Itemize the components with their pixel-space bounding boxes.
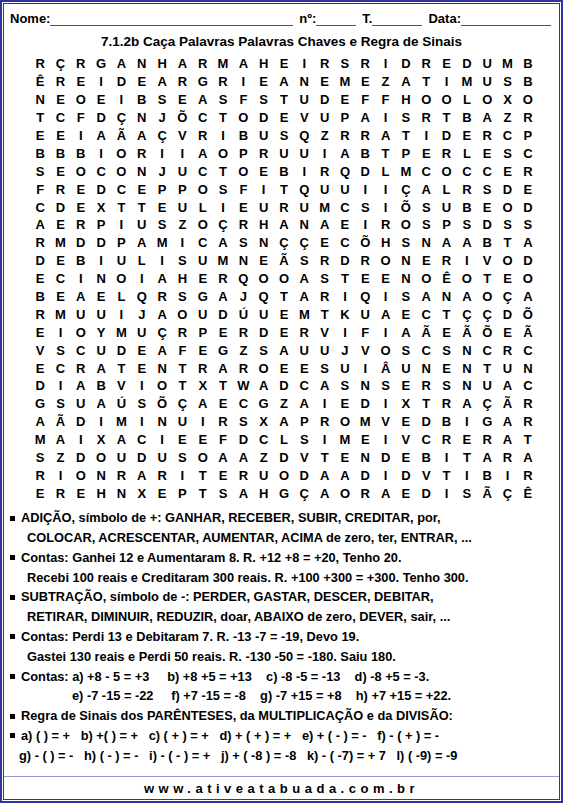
grid-cell-r22c22[interactable]: E (457, 431, 477, 449)
grid-cell-r22c8[interactable]: E (172, 431, 192, 449)
grid-cell-r21c7[interactable]: N (152, 413, 172, 431)
grid-cell-r12c8[interactable]: S (172, 252, 192, 270)
grid-cell-r3c18[interactable]: F (375, 91, 395, 109)
grid-cell-r2c24[interactable]: S (497, 73, 517, 91)
grid-cell-r25c17[interactable]: R (355, 484, 375, 502)
grid-cell-r12c19[interactable]: N (396, 252, 416, 270)
grid-cell-r12c14[interactable]: S (294, 252, 314, 270)
grid-cell-r18c16[interactable]: U (335, 359, 355, 377)
grid-cell-r1c8[interactable]: A (172, 55, 192, 73)
grid-cell-r19c2[interactable]: I (50, 377, 70, 395)
grid-cell-r16c6[interactable]: U (132, 323, 152, 341)
grid-cell-r17c16[interactable]: J (335, 341, 355, 359)
grid-cell-r5c7[interactable]: Ç (152, 127, 172, 145)
grid-cell-r25c4[interactable]: H (91, 484, 111, 502)
grid-cell-r4c15[interactable]: U (314, 109, 334, 127)
grid-cell-r24c19[interactable]: D (396, 466, 416, 484)
grid-cell-r5c8[interactable]: V (172, 127, 192, 145)
grid-cell-r21c21[interactable]: B (436, 413, 456, 431)
grid-cell-r3c9[interactable]: A (193, 91, 213, 109)
grid-cell-r20c21[interactable]: R (436, 395, 456, 413)
grid-cell-r4c19[interactable]: S (396, 109, 416, 127)
grid-cell-r1c22[interactable]: D (457, 55, 477, 73)
grid-cell-r25c6[interactable]: X (132, 484, 152, 502)
grid-cell-r22c17[interactable]: E (355, 431, 375, 449)
grid-cell-r4c13[interactable]: E (274, 109, 294, 127)
grid-cell-r22c12[interactable]: C (254, 431, 274, 449)
grid-cell-r6c5[interactable]: O (111, 144, 131, 162)
grid-cell-r13c13[interactable]: O (274, 270, 294, 288)
grid-cell-r8c23[interactable]: S (477, 180, 497, 198)
grid-cell-r19c14[interactable]: C (294, 377, 314, 395)
grid-cell-r9c24[interactable]: O (497, 198, 517, 216)
grid-cell-r6c17[interactable]: B (355, 144, 375, 162)
grid-cell-r25c9[interactable]: T (193, 484, 213, 502)
grid-cell-r23c21[interactable]: I (436, 449, 456, 467)
grid-cell-r12c21[interactable]: R (436, 252, 456, 270)
grid-cell-r8c11[interactable]: F (233, 180, 253, 198)
grid-cell-r11c19[interactable]: S (396, 234, 416, 252)
grid-cell-r11c11[interactable]: S (233, 234, 253, 252)
grid-cell-r23c9[interactable]: O (193, 449, 213, 467)
grid-cell-r6c7[interactable]: I (152, 144, 172, 162)
grid-cell-r17c7[interactable]: A (152, 341, 172, 359)
grid-cell-r24c18[interactable]: I (375, 466, 395, 484)
grid-cell-r1c7[interactable]: H (152, 55, 172, 73)
grid-cell-r3c12[interactable]: S (254, 91, 274, 109)
grid-cell-r6c2[interactable]: B (50, 144, 70, 162)
grid-cell-r12c23[interactable]: V (477, 252, 497, 270)
grid-cell-r13c11[interactable]: Q (233, 270, 253, 288)
grid-cell-r5c4[interactable]: A (91, 127, 111, 145)
grid-cell-r20c11[interactable]: C (233, 395, 253, 413)
grid-cell-r17c23[interactable]: C (477, 341, 497, 359)
grid-cell-r8c21[interactable]: L (436, 180, 456, 198)
grid-cell-r21c3[interactable]: D (71, 413, 91, 431)
grid-cell-r24c17[interactable]: D (355, 466, 375, 484)
grid-cell-r25c2[interactable]: R (50, 484, 70, 502)
grid-cell-r6c15[interactable]: I (314, 144, 334, 162)
grid-cell-r3c14[interactable]: U (294, 91, 314, 109)
grid-cell-r3c22[interactable]: L (457, 91, 477, 109)
grid-cell-r23c6[interactable]: D (132, 449, 152, 467)
grid-cell-r10c8[interactable]: Z (172, 216, 192, 234)
grid-cell-r18c20[interactable]: N (416, 359, 436, 377)
grid-cell-r18c25[interactable]: N (518, 359, 538, 377)
grid-cell-r19c5[interactable]: V (111, 377, 131, 395)
grid-cell-r25c16[interactable]: O (335, 484, 355, 502)
grid-cell-r24c25[interactable]: R (518, 466, 538, 484)
grid-cell-r12c3[interactable]: B (71, 252, 91, 270)
grid-cell-r10c20[interactable]: S (416, 216, 436, 234)
grid-cell-r24c20[interactable]: V (416, 466, 436, 484)
grid-cell-r15c8[interactable]: O (172, 305, 192, 323)
grid-cell-r21c8[interactable]: U (172, 413, 192, 431)
grid-cell-r10c15[interactable]: A (314, 216, 334, 234)
grid-cell-r15c11[interactable]: Ú (233, 305, 253, 323)
grid-cell-r25c15[interactable]: A (314, 484, 334, 502)
grid-cell-r5c14[interactable]: Q (294, 127, 314, 145)
grid-cell-r12c25[interactable]: D (518, 252, 538, 270)
grid-cell-r15c16[interactable]: K (335, 305, 355, 323)
grid-cell-r17c11[interactable]: Z (233, 341, 253, 359)
grid-cell-r13c1[interactable]: E (30, 270, 50, 288)
grid-cell-r12c12[interactable]: E (254, 252, 274, 270)
grid-cell-r6c24[interactable]: S (497, 144, 517, 162)
grid-cell-r2c20[interactable]: T (416, 73, 436, 91)
grid-cell-r17c21[interactable]: S (436, 341, 456, 359)
grid-cell-r25c20[interactable]: D (416, 484, 436, 502)
grid-cell-r1c2[interactable]: Ç (50, 55, 70, 73)
grid-cell-r19c6[interactable]: I (132, 377, 152, 395)
grid-cell-r14c2[interactable]: E (50, 288, 70, 306)
grid-cell-r23c18[interactable]: D (375, 449, 395, 467)
grid-cell-r1c3[interactable]: R (71, 55, 91, 73)
grid-cell-r15c6[interactable]: J (132, 305, 152, 323)
grid-cell-r24c23[interactable]: B (477, 466, 497, 484)
grid-cell-r17c25[interactable]: C (518, 341, 538, 359)
grid-cell-r20c24[interactable]: Ã (497, 395, 517, 413)
grid-cell-r16c23[interactable]: Õ (477, 323, 497, 341)
grid-cell-r12c9[interactable]: U (193, 252, 213, 270)
grid-cell-r12c18[interactable]: O (375, 252, 395, 270)
grid-cell-r18c19[interactable]: U (396, 359, 416, 377)
grid-cell-r24c9[interactable]: T (193, 466, 213, 484)
grid-cell-r17c1[interactable]: V (30, 341, 50, 359)
grid-cell-r6c13[interactable]: U (274, 144, 294, 162)
grid-cell-r23c19[interactable]: E (396, 449, 416, 467)
grid-cell-r3c5[interactable]: I (111, 91, 131, 109)
grid-cell-r15c21[interactable]: T (436, 305, 456, 323)
grid-cell-r23c23[interactable]: A (477, 449, 497, 467)
grid-cell-r15c13[interactable]: E (274, 305, 294, 323)
grid-cell-r3c17[interactable]: F (355, 91, 375, 109)
grid-cell-r9c21[interactable]: U (436, 198, 456, 216)
grid-cell-r10c17[interactable]: I (355, 216, 375, 234)
grid-cell-r18c4[interactable]: A (91, 359, 111, 377)
grid-cell-r17c17[interactable]: V (355, 341, 375, 359)
grid-cell-r23c12[interactable]: Z (254, 449, 274, 467)
grid-cell-r12c16[interactable]: D (335, 252, 355, 270)
grid-cell-r8c25[interactable]: E (518, 180, 538, 198)
grid-cell-r5c12[interactable]: U (254, 127, 274, 145)
grid-cell-r21c6[interactable]: I (132, 413, 152, 431)
grid-cell-r23c14[interactable]: V (294, 449, 314, 467)
grid-cell-r15c15[interactable]: T (314, 305, 334, 323)
grid-cell-r23c7[interactable]: U (152, 449, 172, 467)
grid-cell-r10c16[interactable]: E (335, 216, 355, 234)
grid-cell-r17c19[interactable]: S (396, 341, 416, 359)
grid-cell-r14c3[interactable]: A (71, 288, 91, 306)
grid-cell-r3c6[interactable]: B (132, 91, 152, 109)
grid-cell-r10c23[interactable]: D (477, 216, 497, 234)
grid-cell-r20c13[interactable]: Z (274, 395, 294, 413)
grid-cell-r15c12[interactable]: U (254, 305, 274, 323)
grid-cell-r1c20[interactable]: R (416, 55, 436, 73)
grid-cell-r6c16[interactable]: A (335, 144, 355, 162)
grid-cell-r13c12[interactable]: O (254, 270, 274, 288)
grid-cell-r18c21[interactable]: E (436, 359, 456, 377)
grid-cell-r7c13[interactable]: B (274, 162, 294, 180)
grid-cell-r21c20[interactable]: D (416, 413, 436, 431)
grid-cell-r3c25[interactable]: O (518, 91, 538, 109)
grid-cell-r8c15[interactable]: U (314, 180, 334, 198)
grid-cell-r19c15[interactable]: A (314, 377, 334, 395)
grid-cell-r22c20[interactable]: C (416, 431, 436, 449)
grid-cell-r5c15[interactable]: Z (314, 127, 334, 145)
grid-cell-r14c11[interactable]: J (233, 288, 253, 306)
grid-cell-r12c24[interactable]: O (497, 252, 517, 270)
grid-cell-r24c5[interactable]: R (111, 466, 131, 484)
grid-cell-r6c14[interactable]: U (294, 144, 314, 162)
grid-cell-r12c15[interactable]: R (314, 252, 334, 270)
grid-cell-r4c8[interactable]: Õ (172, 109, 192, 127)
grid-cell-r15c4[interactable]: U (91, 305, 111, 323)
grid-cell-r4c22[interactable]: B (457, 109, 477, 127)
grid-cell-r8c20[interactable]: A (416, 180, 436, 198)
grid-cell-r19c18[interactable]: S (375, 377, 395, 395)
grid-cell-r7c10[interactable]: T (213, 162, 233, 180)
grid-cell-r17c5[interactable]: D (111, 341, 131, 359)
grid-cell-r9c8[interactable]: U (172, 198, 192, 216)
grid-cell-r19c7[interactable]: O (152, 377, 172, 395)
grid-cell-r7c16[interactable]: Q (335, 162, 355, 180)
grid-cell-r2c17[interactable]: E (355, 73, 375, 91)
grid-cell-r1c17[interactable]: R (355, 55, 375, 73)
grid-cell-r14c13[interactable]: T (274, 288, 294, 306)
grid-cell-r23c8[interactable]: S (172, 449, 192, 467)
grid-cell-r14c23[interactable]: O (477, 288, 497, 306)
grid-cell-r20c9[interactable]: A (193, 395, 213, 413)
grid-cell-r8c14[interactable]: Q (294, 180, 314, 198)
grid-cell-r25c25[interactable]: Ê (518, 484, 538, 502)
grid-cell-r9c5[interactable]: T (111, 198, 131, 216)
grid-cell-r4c14[interactable]: V (294, 109, 314, 127)
grid-cell-r16c25[interactable]: Ã (518, 323, 538, 341)
grid-cell-r19c22[interactable]: N (457, 377, 477, 395)
grid-cell-r13c7[interactable]: A (152, 270, 172, 288)
grid-cell-r5c1[interactable]: E (30, 127, 50, 145)
grid-cell-r22c4[interactable]: X (91, 431, 111, 449)
grid-cell-r17c20[interactable]: C (416, 341, 436, 359)
grid-cell-r5c18[interactable]: A (375, 127, 395, 145)
grid-cell-r24c10[interactable]: E (213, 466, 233, 484)
grid-cell-r19c11[interactable]: W (233, 377, 253, 395)
grid-cell-r22c13[interactable]: L (274, 431, 294, 449)
grid-cell-r8c2[interactable]: R (50, 180, 70, 198)
grid-cell-r12c4[interactable]: I (91, 252, 111, 270)
grid-cell-r16c17[interactable]: F (355, 323, 375, 341)
grid-cell-r21c12[interactable]: X (254, 413, 274, 431)
grid-cell-r3c15[interactable]: D (314, 91, 334, 109)
grid-cell-r19c23[interactable]: U (477, 377, 497, 395)
grid-cell-r21c16[interactable]: O (335, 413, 355, 431)
grid-cell-r4c23[interactable]: A (477, 109, 497, 127)
grid-cell-r17c10[interactable]: G (213, 341, 233, 359)
grid-cell-r23c11[interactable]: A (233, 449, 253, 467)
grid-cell-r16c15[interactable]: V (314, 323, 334, 341)
grid-cell-r9c7[interactable]: E (152, 198, 172, 216)
grid-cell-r21c25[interactable]: R (518, 413, 538, 431)
grid-cell-r20c1[interactable]: G (30, 395, 50, 413)
grid-cell-r2c1[interactable]: Ê (30, 73, 50, 91)
grid-cell-r1c4[interactable]: G (91, 55, 111, 73)
grid-cell-r1c1[interactable]: R (30, 55, 50, 73)
grid-cell-r10c9[interactable]: O (193, 216, 213, 234)
grid-cell-r10c22[interactable]: S (457, 216, 477, 234)
grid-cell-r9c12[interactable]: U (254, 198, 274, 216)
grid-cell-r11c15[interactable]: E (314, 234, 334, 252)
grid-cell-r11c4[interactable]: D (91, 234, 111, 252)
grid-cell-r23c16[interactable]: E (335, 449, 355, 467)
grid-cell-r11c8[interactable]: I (172, 234, 192, 252)
grid-cell-r21c23[interactable]: G (477, 413, 497, 431)
grid-cell-r6c9[interactable]: A (193, 144, 213, 162)
grid-cell-r17c22[interactable]: N (457, 341, 477, 359)
grid-cell-r10c24[interactable]: S (497, 216, 517, 234)
grid-cell-r17c24[interactable]: R (497, 341, 517, 359)
grid-cell-r2c18[interactable]: Z (375, 73, 395, 91)
grid-cell-r12c1[interactable]: D (30, 252, 50, 270)
grid-cell-r5c22[interactable]: E (457, 127, 477, 145)
grid-cell-r8c17[interactable]: I (355, 180, 375, 198)
grid-cell-r15c22[interactable]: Ç (457, 305, 477, 323)
grid-cell-r18c8[interactable]: T (172, 359, 192, 377)
grid-cell-r6c4[interactable]: I (91, 144, 111, 162)
grid-cell-r13c9[interactable]: E (193, 270, 213, 288)
grid-cell-r10c13[interactable]: A (274, 216, 294, 234)
grid-cell-r2c13[interactable]: A (274, 73, 294, 91)
grid-cell-r16c5[interactable]: M (111, 323, 131, 341)
grid-cell-r1c25[interactable]: B (518, 55, 538, 73)
grid-cell-r5c16[interactable]: R (335, 127, 355, 145)
grid-cell-r17c18[interactable]: O (375, 341, 395, 359)
grid-cell-r15c3[interactable]: U (71, 305, 91, 323)
grid-cell-r21c19[interactable]: E (396, 413, 416, 431)
grid-cell-r3c19[interactable]: H (396, 91, 416, 109)
grid-cell-r25c12[interactable]: H (254, 484, 274, 502)
grid-cell-r13c17[interactable]: E (355, 270, 375, 288)
grid-cell-r21c14[interactable]: P (294, 413, 314, 431)
grid-cell-r1c12[interactable]: H (254, 55, 274, 73)
grid-cell-r6c8[interactable]: I (172, 144, 192, 162)
grid-cell-r1c24[interactable]: M (497, 55, 517, 73)
grid-cell-r25c13[interactable]: G (274, 484, 294, 502)
grid-cell-r4c12[interactable]: D (254, 109, 274, 127)
grid-cell-r14c10[interactable]: A (213, 288, 233, 306)
grid-cell-r14c16[interactable]: I (335, 288, 355, 306)
grid-cell-r20c25[interactable]: R (518, 395, 538, 413)
grid-cell-r23c10[interactable]: A (213, 449, 233, 467)
grid-cell-r2c8[interactable]: R (172, 73, 192, 91)
grid-cell-r22c15[interactable]: I (314, 431, 334, 449)
grid-cell-r17c2[interactable]: S (50, 341, 70, 359)
grid-cell-r14c5[interactable]: L (111, 288, 131, 306)
grid-cell-r25c8[interactable]: P (172, 484, 192, 502)
grid-cell-r13c4[interactable]: N (91, 270, 111, 288)
grid-cell-r19c10[interactable]: T (213, 377, 233, 395)
grid-cell-r22c19[interactable]: V (396, 431, 416, 449)
grid-cell-r25c19[interactable]: E (396, 484, 416, 502)
grid-cell-r5c9[interactable]: R (193, 127, 213, 145)
grid-cell-r25c11[interactable]: A (233, 484, 253, 502)
grid-cell-r3c10[interactable]: S (213, 91, 233, 109)
grid-cell-r24c11[interactable]: R (233, 466, 253, 484)
grid-cell-r23c1[interactable]: S (30, 449, 50, 467)
grid-cell-r13c19[interactable]: N (396, 270, 416, 288)
grid-cell-r25c23[interactable]: Ã (477, 484, 497, 502)
grid-cell-r19c19[interactable]: E (396, 377, 416, 395)
grid-cell-r17c6[interactable]: E (132, 341, 152, 359)
grid-cell-r18c5[interactable]: T (111, 359, 131, 377)
grid-cell-r19c16[interactable]: S (335, 377, 355, 395)
grid-cell-r2c15[interactable]: E (314, 73, 334, 91)
grid-cell-r10c12[interactable]: H (254, 216, 274, 234)
grid-cell-r10c18[interactable]: R (375, 216, 395, 234)
grid-cell-r19c24[interactable]: A (497, 377, 517, 395)
grid-cell-r6c11[interactable]: P (233, 144, 253, 162)
grid-cell-r18c3[interactable]: R (71, 359, 91, 377)
grid-cell-r13c22[interactable]: O (457, 270, 477, 288)
grid-cell-r22c24[interactable]: A (497, 431, 517, 449)
grid-cell-r4c17[interactable]: A (355, 109, 375, 127)
grid-cell-r13c8[interactable]: H (172, 270, 192, 288)
grid-cell-r19c8[interactable]: T (172, 377, 192, 395)
grid-cell-r1c15[interactable]: R (314, 55, 334, 73)
grid-cell-r21c15[interactable]: R (314, 413, 334, 431)
grid-cell-r20c6[interactable]: S (132, 395, 152, 413)
grid-cell-r13c25[interactable]: O (518, 270, 538, 288)
grid-cell-r17c14[interactable]: U (294, 341, 314, 359)
grid-cell-r22c10[interactable]: F (213, 431, 233, 449)
grid-cell-r13c24[interactable]: E (497, 270, 517, 288)
grid-cell-r3c3[interactable]: O (71, 91, 91, 109)
grid-cell-r14c24[interactable]: Ç (497, 288, 517, 306)
grid-cell-r17c8[interactable]: F (172, 341, 192, 359)
grid-cell-r2c2[interactable]: R (50, 73, 70, 91)
grid-cell-r9c23[interactable]: E (477, 198, 497, 216)
grid-cell-r13c16[interactable]: T (335, 270, 355, 288)
grid-cell-r8c1[interactable]: F (30, 180, 50, 198)
grid-cell-r24c24[interactable]: I (497, 466, 517, 484)
grid-cell-r3c8[interactable]: E (172, 91, 192, 109)
grid-cell-r21c4[interactable]: I (91, 413, 111, 431)
grid-cell-r9c10[interactable]: I (213, 198, 233, 216)
grid-cell-r24c2[interactable]: I (50, 466, 70, 484)
grid-cell-r18c23[interactable]: T (477, 359, 497, 377)
grid-cell-r24c6[interactable]: A (132, 466, 152, 484)
grid-cell-r23c22[interactable]: T (457, 449, 477, 467)
grid-cell-r2c22[interactable]: M (457, 73, 477, 91)
grid-cell-r19c1[interactable]: D (30, 377, 50, 395)
grid-cell-r18c18[interactable]: Â (375, 359, 395, 377)
grid-cell-r3c23[interactable]: O (477, 91, 497, 109)
grid-cell-r24c3[interactable]: O (71, 466, 91, 484)
grid-cell-r9c19[interactable]: Õ (396, 198, 416, 216)
grid-cell-r8c8[interactable]: P (172, 180, 192, 198)
grid-cell-r24c7[interactable]: R (152, 466, 172, 484)
grid-cell-r23c20[interactable]: B (416, 449, 436, 467)
grid-cell-r7c4[interactable]: C (91, 162, 111, 180)
grid-cell-r18c7[interactable]: N (152, 359, 172, 377)
grid-cell-r20c12[interactable]: G (254, 395, 274, 413)
grid-cell-r24c15[interactable]: A (314, 466, 334, 484)
grid-cell-r16c4[interactable]: Y (91, 323, 111, 341)
grid-cell-r9c20[interactable]: S (416, 198, 436, 216)
grid-cell-r6c25[interactable]: C (518, 144, 538, 162)
grid-cell-r4c2[interactable]: C (50, 109, 70, 127)
grid-cell-r3c2[interactable]: E (50, 91, 70, 109)
